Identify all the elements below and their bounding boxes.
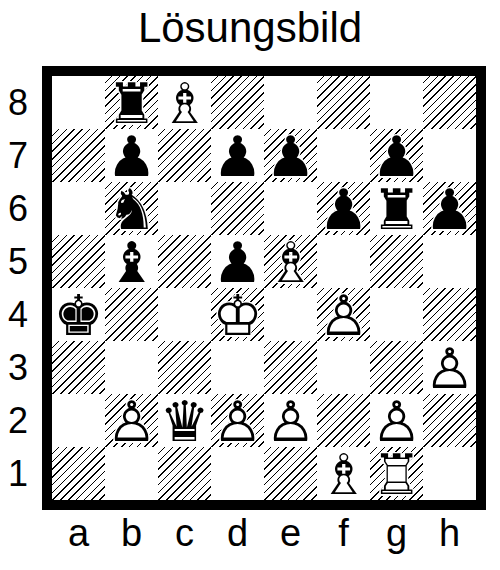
square-g8 — [370, 76, 423, 129]
piece-mask: ♝ — [158, 77, 211, 130]
square-g6: ♜ — [370, 182, 423, 235]
square-g7: ♟ — [370, 129, 423, 182]
square-a6 — [52, 182, 105, 235]
piece-mask: ♝ — [264, 236, 317, 289]
piece-black-king: ♚ — [52, 289, 105, 342]
rank-label-4: 4 — [0, 288, 36, 341]
square-a5 — [52, 235, 105, 288]
square-b1 — [105, 447, 158, 500]
piece-mask: ♝ — [317, 448, 370, 501]
square-e1 — [264, 447, 317, 500]
piece-black-rook: ♜ — [370, 183, 423, 236]
square-g2: ♟♙ — [370, 394, 423, 447]
file-label-e: e — [264, 512, 317, 558]
square-d4: ♚♔ — [211, 288, 264, 341]
square-h6: ♟ — [423, 182, 476, 235]
piece-black-bishop: ♝ — [105, 236, 158, 289]
square-b4 — [105, 288, 158, 341]
square-f2 — [317, 394, 370, 447]
square-d6 — [211, 182, 264, 235]
square-h5 — [423, 235, 476, 288]
square-g5 — [370, 235, 423, 288]
square-d5: ♟ — [211, 235, 264, 288]
rank-label-6: 6 — [0, 182, 36, 235]
square-h7 — [423, 129, 476, 182]
piece-mask: ♟ — [105, 395, 158, 448]
square-e3 — [264, 341, 317, 394]
square-c7 — [158, 129, 211, 182]
square-g1: ♜♖ — [370, 447, 423, 500]
piece-white-bishop: ♗ — [264, 236, 317, 289]
square-g4 — [370, 288, 423, 341]
file-label-d: d — [211, 512, 264, 558]
square-a1 — [52, 447, 105, 500]
piece-mask: ♟ — [370, 395, 423, 448]
square-a4: ♚ — [52, 288, 105, 341]
square-d3 — [211, 341, 264, 394]
piece-mask: ♚ — [211, 289, 264, 342]
square-e7: ♟ — [264, 129, 317, 182]
piece-mask: ♟ — [264, 395, 317, 448]
square-b6: ♞ — [105, 182, 158, 235]
piece-black-pawn: ♟ — [211, 130, 264, 183]
rank-label-7: 7 — [0, 129, 36, 182]
piece-mask: ♟ — [211, 395, 264, 448]
square-h3: ♟♙ — [423, 341, 476, 394]
file-label-b: b — [105, 512, 158, 558]
square-g3 — [370, 341, 423, 394]
page-title: Lösungsbild — [0, 4, 500, 52]
square-c5 — [158, 235, 211, 288]
piece-mask: ♜ — [370, 448, 423, 501]
rank-label-8: 8 — [0, 76, 36, 129]
square-h2 — [423, 394, 476, 447]
file-label-g: g — [370, 512, 423, 558]
piece-mask: ♟ — [317, 289, 370, 342]
rank-label-3: 3 — [0, 341, 36, 394]
square-b7: ♟ — [105, 129, 158, 182]
square-d2: ♟♙ — [211, 394, 264, 447]
file-label-a: a — [52, 512, 105, 558]
square-d7: ♟ — [211, 129, 264, 182]
piece-black-pawn: ♟ — [423, 183, 476, 236]
piece-black-pawn: ♟ — [264, 130, 317, 183]
square-a8 — [52, 76, 105, 129]
square-c1 — [158, 447, 211, 500]
square-d8 — [211, 76, 264, 129]
piece-white-pawn: ♙ — [211, 395, 264, 448]
square-h4 — [423, 288, 476, 341]
square-d1 — [211, 447, 264, 500]
square-c6 — [158, 182, 211, 235]
square-e4 — [264, 288, 317, 341]
piece-black-pawn: ♟ — [317, 183, 370, 236]
piece-white-pawn: ♙ — [423, 342, 476, 395]
square-f3 — [317, 341, 370, 394]
file-labels: abcdefgh — [52, 512, 476, 558]
chess-board: ♜♝♗♟♟♟♟♞♟♜♟♝♟♝♗♚♚♔♟♙♟♙♟♙♛♟♙♟♙♟♙♝♗♜♖ — [42, 66, 486, 510]
square-f8 — [317, 76, 370, 129]
piece-black-rook: ♜ — [105, 77, 158, 130]
square-e2: ♟♙ — [264, 394, 317, 447]
square-c4 — [158, 288, 211, 341]
square-f4: ♟♙ — [317, 288, 370, 341]
rank-label-1: 1 — [0, 447, 36, 500]
square-h1 — [423, 447, 476, 500]
file-label-c: c — [158, 512, 211, 558]
piece-white-king: ♔ — [211, 289, 264, 342]
square-b3 — [105, 341, 158, 394]
file-label-f: f — [317, 512, 370, 558]
rank-label-5: 5 — [0, 235, 36, 288]
piece-black-pawn: ♟ — [105, 130, 158, 183]
rank-label-2: 2 — [0, 394, 36, 447]
square-c2: ♛ — [158, 394, 211, 447]
piece-black-pawn: ♟ — [370, 130, 423, 183]
piece-black-knight: ♞ — [105, 183, 158, 236]
square-f7 — [317, 129, 370, 182]
piece-mask: ♟ — [423, 342, 476, 395]
square-f1: ♝♗ — [317, 447, 370, 500]
piece-white-bishop: ♗ — [317, 448, 370, 501]
square-c8: ♝♗ — [158, 76, 211, 129]
piece-white-pawn: ♙ — [105, 395, 158, 448]
square-e5: ♝♗ — [264, 235, 317, 288]
square-e6 — [264, 182, 317, 235]
piece-white-pawn: ♙ — [264, 395, 317, 448]
square-h8 — [423, 76, 476, 129]
square-b5: ♝ — [105, 235, 158, 288]
piece-black-queen: ♛ — [158, 395, 211, 448]
piece-white-pawn: ♙ — [370, 395, 423, 448]
square-f6: ♟ — [317, 182, 370, 235]
rank-labels: 87654321 — [0, 76, 36, 500]
square-b8: ♜ — [105, 76, 158, 129]
piece-black-pawn: ♟ — [211, 236, 264, 289]
piece-white-rook: ♖ — [370, 448, 423, 501]
square-f5 — [317, 235, 370, 288]
piece-white-bishop: ♗ — [158, 77, 211, 130]
piece-white-pawn: ♙ — [317, 289, 370, 342]
square-a7 — [52, 129, 105, 182]
square-c3 — [158, 341, 211, 394]
file-label-h: h — [423, 512, 476, 558]
square-a3 — [52, 341, 105, 394]
square-b2: ♟♙ — [105, 394, 158, 447]
square-a2 — [52, 394, 105, 447]
square-e8 — [264, 76, 317, 129]
